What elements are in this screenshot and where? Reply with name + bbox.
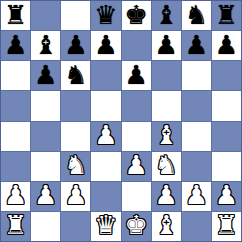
white-pawn[interactable]: ♟	[64, 182, 87, 208]
square-d6[interactable]	[91, 61, 120, 90]
black-queen[interactable]: ♛	[94, 2, 117, 28]
white-pawn[interactable]: ♟	[4, 182, 27, 208]
white-pawn[interactable]: ♟	[124, 152, 147, 178]
white-knight[interactable]: ♞	[64, 152, 87, 178]
white-bishop[interactable]: ♝	[155, 122, 178, 148]
black-pawn[interactable]: ♟	[4, 32, 27, 58]
black-pawn[interactable]: ♟	[155, 32, 178, 58]
square-h6[interactable]	[212, 61, 241, 90]
square-f7[interactable]: ♟	[152, 31, 181, 60]
square-d8[interactable]: ♛	[91, 1, 120, 30]
square-f8[interactable]: ♝	[152, 1, 181, 30]
black-pawn[interactable]: ♟	[94, 32, 117, 58]
square-a6[interactable]	[1, 61, 30, 90]
square-h7[interactable]: ♟	[212, 31, 241, 60]
square-f1[interactable]: ♝	[152, 212, 181, 241]
square-c7[interactable]: ♟	[61, 31, 90, 60]
square-e6[interactable]: ♟	[122, 61, 151, 90]
black-pawn[interactable]: ♟	[34, 62, 57, 88]
square-a3[interactable]	[1, 152, 30, 181]
square-d7[interactable]: ♟	[91, 31, 120, 60]
white-rook[interactable]: ♜	[4, 212, 27, 238]
square-a7[interactable]: ♟	[1, 31, 30, 60]
square-e1[interactable]: ♚	[122, 212, 151, 241]
square-f4[interactable]: ♝	[152, 122, 181, 151]
white-queen[interactable]: ♛	[94, 212, 117, 238]
square-h4[interactable]	[212, 122, 241, 151]
white-pawn[interactable]: ♟	[155, 182, 178, 208]
square-b5[interactable]	[31, 91, 60, 120]
square-h8[interactable]: ♜	[212, 1, 241, 30]
white-rook[interactable]: ♜	[215, 212, 238, 238]
square-a1[interactable]: ♜	[1, 212, 30, 241]
square-c1[interactable]	[61, 212, 90, 241]
square-g7[interactable]: ♟	[182, 31, 211, 60]
square-a8[interactable]: ♜	[1, 1, 30, 30]
square-h3[interactable]	[212, 152, 241, 181]
square-c8[interactable]	[61, 1, 90, 30]
black-bishop[interactable]: ♝	[155, 2, 178, 28]
square-e8[interactable]: ♚	[122, 1, 151, 30]
square-a2[interactable]: ♟	[1, 182, 30, 211]
square-g6[interactable]	[182, 61, 211, 90]
square-e2[interactable]	[122, 182, 151, 211]
square-d1[interactable]: ♛	[91, 212, 120, 241]
black-knight[interactable]: ♞	[185, 2, 208, 28]
square-c4[interactable]	[61, 122, 90, 151]
square-c5[interactable]	[61, 91, 90, 120]
square-f2[interactable]: ♟	[152, 182, 181, 211]
square-g4[interactable]	[182, 122, 211, 151]
square-g2[interactable]: ♟	[182, 182, 211, 211]
square-h1[interactable]: ♜	[212, 212, 241, 241]
square-c3[interactable]: ♞	[61, 152, 90, 181]
square-g8[interactable]: ♞	[182, 1, 211, 30]
chess-board-wrapper: ♜♛♚♝♞♜♟♝♟♟♟♟♟♟♞♟♟♝♞♟♞♟♟♟♟♟♟♜♛♚♝♜	[0, 0, 242, 242]
square-h2[interactable]: ♟	[212, 182, 241, 211]
black-king[interactable]: ♚	[124, 2, 147, 28]
square-f5[interactable]	[152, 91, 181, 120]
black-pawn[interactable]: ♟	[124, 62, 147, 88]
square-g1[interactable]	[182, 212, 211, 241]
white-king[interactable]: ♚	[124, 212, 147, 238]
square-d5[interactable]	[91, 91, 120, 120]
square-b3[interactable]	[31, 152, 60, 181]
chess-board: ♜♛♚♝♞♜♟♝♟♟♟♟♟♟♞♟♟♝♞♟♞♟♟♟♟♟♟♜♛♚♝♜	[0, 0, 242, 242]
square-h5[interactable]	[212, 91, 241, 120]
square-c6[interactable]: ♞	[61, 61, 90, 90]
black-rook[interactable]: ♜	[4, 2, 27, 28]
white-bishop[interactable]: ♝	[155, 212, 178, 238]
square-a5[interactable]	[1, 91, 30, 120]
square-g3[interactable]	[182, 152, 211, 181]
square-e7[interactable]	[122, 31, 151, 60]
square-b1[interactable]	[31, 212, 60, 241]
square-d2[interactable]	[91, 182, 120, 211]
square-a4[interactable]	[1, 122, 30, 151]
square-g5[interactable]	[182, 91, 211, 120]
square-c2[interactable]: ♟	[61, 182, 90, 211]
square-b8[interactable]	[31, 1, 60, 30]
white-pawn[interactable]: ♟	[94, 122, 117, 148]
white-pawn[interactable]: ♟	[34, 182, 57, 208]
square-b7[interactable]: ♝	[31, 31, 60, 60]
square-b6[interactable]: ♟	[31, 61, 60, 90]
square-e4[interactable]	[122, 122, 151, 151]
black-bishop[interactable]: ♝	[34, 32, 57, 58]
square-f3[interactable]: ♞	[152, 152, 181, 181]
black-rook[interactable]: ♜	[215, 2, 238, 28]
square-b4[interactable]	[31, 122, 60, 151]
black-knight[interactable]: ♞	[64, 62, 87, 88]
square-e3[interactable]: ♟	[122, 152, 151, 181]
white-pawn[interactable]: ♟	[185, 182, 208, 208]
white-pawn[interactable]: ♟	[215, 182, 238, 208]
square-d3[interactable]	[91, 152, 120, 181]
square-e5[interactable]	[122, 91, 151, 120]
white-knight[interactable]: ♞	[155, 152, 178, 178]
black-pawn[interactable]: ♟	[64, 32, 87, 58]
square-d4[interactable]: ♟	[91, 122, 120, 151]
black-pawn[interactable]: ♟	[215, 32, 238, 58]
square-b2[interactable]: ♟	[31, 182, 60, 211]
square-f6[interactable]	[152, 61, 181, 90]
black-pawn[interactable]: ♟	[185, 32, 208, 58]
